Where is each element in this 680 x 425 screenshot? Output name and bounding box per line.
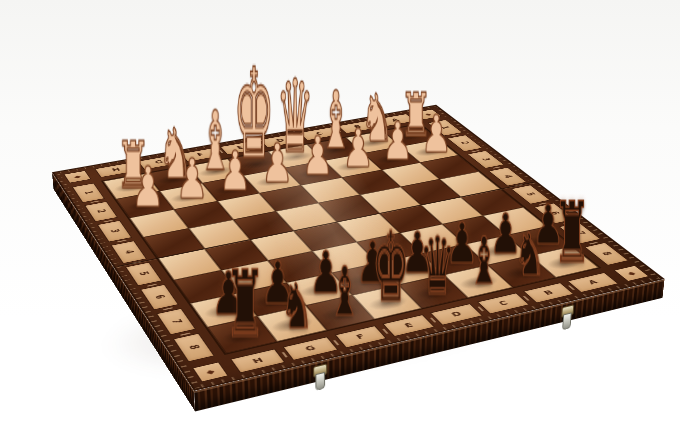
file-label: C (477, 293, 529, 314)
black-rook: ♜ (225, 262, 266, 347)
white-pawn: ♟ (382, 118, 413, 166)
black-bishop: ♝ (469, 232, 500, 292)
black-bishop: ♝ (329, 262, 361, 324)
clasp-hook-icon (316, 371, 326, 390)
file-label: D (430, 303, 484, 325)
black-queen: ♛ (420, 229, 456, 302)
black-king: ♚ (371, 225, 409, 313)
black-knight: ♞ (281, 278, 314, 335)
metal-clasp (313, 363, 327, 377)
black-knight: ♞ (514, 228, 545, 282)
white-pawn: ♟ (342, 125, 373, 173)
black-rook: ♜ (553, 194, 590, 271)
photo-background: ◆ ◆ ◆ ◆ HGFEDCBA HGFEDCBA 12345678 12345… (0, 0, 680, 425)
metal-clasp (561, 304, 574, 317)
